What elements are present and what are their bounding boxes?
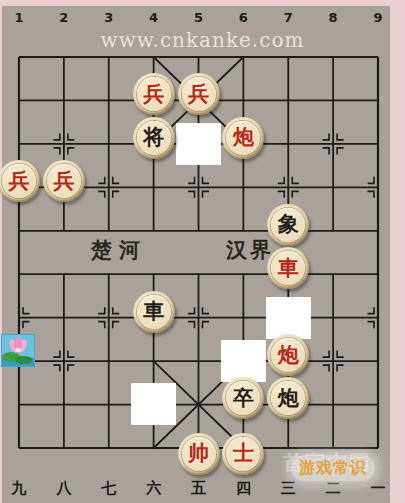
- piece-face: 炮: [226, 121, 260, 155]
- file-label-bottom-6: 四: [221, 479, 266, 498]
- piece-face: 卒: [226, 381, 260, 415]
- file-label-bottom-2: 八: [41, 479, 86, 498]
- piece-glyph: 象: [278, 214, 299, 235]
- piece-glyph: 炮: [278, 345, 299, 366]
- file-label-top-8: 8: [311, 8, 356, 26]
- piece-glyph: 将: [143, 127, 164, 148]
- badge-watermark: 游戏常识: [291, 455, 375, 481]
- piece-glyph: 車: [143, 301, 164, 322]
- file-label-bottom-3: 七: [86, 479, 131, 498]
- red-soldier-piece[interactable]: 兵: [0, 160, 40, 202]
- black-cannon-piece[interactable]: 炮: [267, 377, 309, 419]
- pieces-layer: 兵兵将炮兵兵象車車炮卒炮帅士: [0, 35, 400, 469]
- file-label-top-5: 5: [176, 8, 221, 26]
- red-soldier-piece[interactable]: 兵: [178, 73, 220, 115]
- piece-face: 兵: [137, 77, 171, 111]
- file-label-bottom-7: 三: [266, 479, 311, 498]
- file-label-bottom-8: 二: [311, 479, 356, 498]
- lotus-sticker-icon: [1, 334, 35, 367]
- black-soldier-piece[interactable]: 卒: [222, 377, 264, 419]
- piece-face: 士: [226, 437, 260, 471]
- bottom-file-labels: 九八七六五四三二一: [0, 479, 400, 497]
- file-label-top-2: 2: [41, 8, 86, 26]
- piece-glyph: 兵: [53, 171, 74, 192]
- piece-glyph: 帅: [188, 443, 209, 464]
- piece-glyph: 卒: [233, 388, 254, 409]
- black-elephant-piece[interactable]: 象: [267, 204, 309, 246]
- piece-face: 兵: [47, 164, 81, 198]
- red-cannon-piece[interactable]: 炮: [222, 117, 264, 159]
- red-chariot-piece[interactable]: 車: [267, 247, 309, 289]
- piece-face: 車: [137, 295, 171, 329]
- badge-watermark-text: 游戏常识: [299, 458, 367, 479]
- file-label-top-3: 3: [86, 8, 131, 26]
- file-label-bottom-1: 九: [0, 479, 41, 498]
- site-watermark-text: www.cnkanke.com: [0, 28, 405, 52]
- piece-glyph: 炮: [278, 388, 299, 409]
- piece-glyph: 車: [278, 258, 299, 279]
- piece-glyph: 炮: [233, 127, 254, 148]
- red-advisor-piece[interactable]: 士: [222, 433, 264, 475]
- red-soldier-piece[interactable]: 兵: [43, 160, 85, 202]
- file-label-top-9: 9: [356, 8, 401, 26]
- piece-face: 象: [271, 208, 305, 242]
- black-general-piece[interactable]: 将: [133, 117, 175, 159]
- file-label-bottom-5: 五: [176, 479, 221, 498]
- piece-glyph: 兵: [143, 84, 164, 105]
- file-label-bottom-4: 六: [131, 479, 176, 498]
- red-general-piece[interactable]: 帅: [178, 433, 220, 475]
- piece-glyph: 士: [233, 443, 254, 464]
- piece-face: 炮: [271, 338, 305, 372]
- file-label-top-1: 1: [0, 8, 41, 26]
- piece-face: 帅: [182, 437, 216, 471]
- piece-face: 兵: [182, 77, 216, 111]
- file-label-top-4: 4: [131, 8, 176, 26]
- file-label-top-7: 7: [266, 8, 311, 26]
- piece-face: 車: [271, 251, 305, 285]
- piece-glyph: 兵: [9, 171, 30, 192]
- file-label-bottom-9: 一: [356, 479, 401, 498]
- piece-glyph: 兵: [188, 84, 209, 105]
- red-soldier-piece[interactable]: 兵: [133, 73, 175, 115]
- file-label-top-6: 6: [221, 8, 266, 26]
- piece-face: 兵: [2, 164, 36, 198]
- top-file-labels: 123456789: [0, 8, 400, 26]
- red-cannon-piece[interactable]: 炮: [267, 334, 309, 376]
- piece-face: 将: [137, 121, 171, 155]
- piece-face: 炮: [271, 381, 305, 415]
- black-chariot-piece[interactable]: 車: [133, 291, 175, 333]
